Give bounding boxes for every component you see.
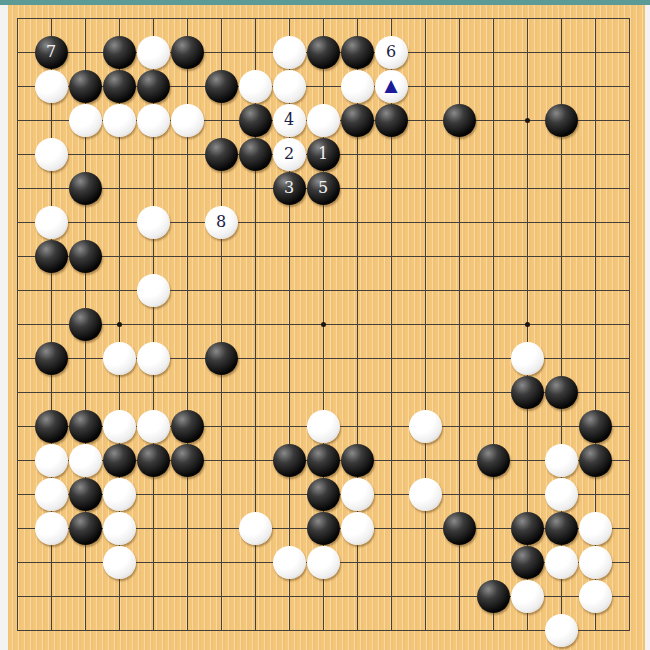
- black-stone-c16-r17: [511, 546, 544, 579]
- black-stone-c9-r6: 3: [273, 172, 306, 205]
- black-stone-c11-r14: [341, 444, 374, 477]
- black-stone-c3-r3: [69, 70, 102, 103]
- white-stone-c3-r14: [69, 444, 102, 477]
- white-stone-c4-r13: [103, 410, 136, 443]
- black-stone-c15-r14: [477, 444, 510, 477]
- white-stone-c12-r2: 6: [375, 36, 408, 69]
- black-stone-c6-r13: [171, 410, 204, 443]
- black-stone-c3-r6: [69, 172, 102, 205]
- triangle-marker-icon: ▲: [384, 77, 397, 94]
- white-stone-c5-r7: [137, 206, 170, 239]
- go-board: 76▲421358: [0, 0, 650, 650]
- white-stone-c18-r16: [579, 512, 612, 545]
- move-number-6: 6: [386, 44, 396, 60]
- white-stone-c11-r16: [341, 512, 374, 545]
- white-stone-c5-r9: [137, 274, 170, 307]
- white-stone-c12-r3: ▲: [375, 70, 408, 103]
- white-stone-c2-r16: [35, 512, 68, 545]
- black-stone-c8-r5: [239, 138, 272, 171]
- black-stone-c5-r3: [137, 70, 170, 103]
- white-stone-c17-r19: [545, 614, 578, 647]
- black-stone-c7-r5: [205, 138, 238, 171]
- white-stone-c4-r17: [103, 546, 136, 579]
- left-border-strip: [0, 0, 8, 650]
- white-stone-c5-r11: [137, 342, 170, 375]
- black-stone-c3-r13: [69, 410, 102, 443]
- black-stone-c17-r4: [545, 104, 578, 137]
- white-stone-c13-r15: [409, 478, 442, 511]
- black-stone-c4-r3: [103, 70, 136, 103]
- black-stone-c4-r14: [103, 444, 136, 477]
- white-stone-c2-r15: [35, 478, 68, 511]
- white-stone-c9-r17: [273, 546, 306, 579]
- white-stone-c17-r17: [545, 546, 578, 579]
- black-stone-c8-r4: [239, 104, 272, 137]
- white-stone-c18-r17: [579, 546, 612, 579]
- white-stone-c9-r2: [273, 36, 306, 69]
- black-stone-c16-r12: [511, 376, 544, 409]
- black-stone-c10-r2: [307, 36, 340, 69]
- black-stone-c10-r16: [307, 512, 340, 545]
- black-stone-c3-r15: [69, 478, 102, 511]
- white-stone-c6-r4: [171, 104, 204, 137]
- white-stone-c10-r4: [307, 104, 340, 137]
- black-stone-c12-r4: [375, 104, 408, 137]
- black-stone-c16-r16: [511, 512, 544, 545]
- white-stone-c8-r3: [239, 70, 272, 103]
- black-stone-c10-r6: 5: [307, 172, 340, 205]
- black-stone-c11-r2: [341, 36, 374, 69]
- move-number-3: 3: [284, 180, 294, 196]
- black-stone-c14-r4: [443, 104, 476, 137]
- move-number-5: 5: [318, 180, 328, 196]
- black-stone-c3-r16: [69, 512, 102, 545]
- white-stone-c7-r7: 8: [205, 206, 238, 239]
- black-stone-c2-r2: 7: [35, 36, 68, 69]
- black-stone-c10-r15: [307, 478, 340, 511]
- black-stone-c18-r14: [579, 444, 612, 477]
- white-stone-c5-r2: [137, 36, 170, 69]
- white-stone-c5-r13: [137, 410, 170, 443]
- white-stone-c5-r4: [137, 104, 170, 137]
- white-stone-c11-r3: [341, 70, 374, 103]
- black-stone-c9-r14: [273, 444, 306, 477]
- black-stone-c2-r8: [35, 240, 68, 273]
- white-stone-c9-r4: 4: [273, 104, 306, 137]
- white-stone-c10-r13: [307, 410, 340, 443]
- move-number-4: 4: [284, 112, 294, 128]
- black-stone-c10-r14: [307, 444, 340, 477]
- white-stone-c4-r11: [103, 342, 136, 375]
- move-number-2: 2: [284, 146, 294, 162]
- stone-layer: 76▲421358: [0, 1, 646, 647]
- top-border-strip: [0, 0, 650, 5]
- white-stone-c3-r4: [69, 104, 102, 137]
- black-stone-c2-r13: [35, 410, 68, 443]
- black-stone-c18-r13: [579, 410, 612, 443]
- black-stone-c7-r11: [205, 342, 238, 375]
- move-number-1: 1: [318, 146, 328, 162]
- black-stone-c14-r16: [443, 512, 476, 545]
- white-stone-c8-r16: [239, 512, 272, 545]
- white-stone-c2-r5: [35, 138, 68, 171]
- black-stone-c15-r18: [477, 580, 510, 613]
- move-number-7: 7: [46, 44, 56, 60]
- black-stone-c10-r5: 1: [307, 138, 340, 171]
- white-stone-c17-r15: [545, 478, 578, 511]
- white-stone-c2-r3: [35, 70, 68, 103]
- move-number-8: 8: [216, 214, 226, 230]
- black-stone-c5-r14: [137, 444, 170, 477]
- black-stone-c2-r11: [35, 342, 68, 375]
- black-stone-c6-r14: [171, 444, 204, 477]
- black-stone-c11-r4: [341, 104, 374, 137]
- black-stone-c3-r10: [69, 308, 102, 341]
- black-stone-c3-r8: [69, 240, 102, 273]
- white-stone-c13-r13: [409, 410, 442, 443]
- white-stone-c4-r16: [103, 512, 136, 545]
- white-stone-c11-r15: [341, 478, 374, 511]
- right-border-strip: [645, 0, 650, 650]
- black-stone-c7-r3: [205, 70, 238, 103]
- white-stone-c2-r7: [35, 206, 68, 239]
- white-stone-c2-r14: [35, 444, 68, 477]
- black-stone-c17-r12: [545, 376, 578, 409]
- go-diagram: 76▲421358: [0, 0, 650, 650]
- white-stone-c16-r11: [511, 342, 544, 375]
- black-stone-c6-r2: [171, 36, 204, 69]
- white-stone-c17-r14: [545, 444, 578, 477]
- white-stone-c4-r4: [103, 104, 136, 137]
- white-stone-c10-r17: [307, 546, 340, 579]
- white-stone-c4-r15: [103, 478, 136, 511]
- black-stone-c4-r2: [103, 36, 136, 69]
- white-stone-c18-r18: [579, 580, 612, 613]
- black-stone-c17-r16: [545, 512, 578, 545]
- white-stone-c9-r3: [273, 70, 306, 103]
- white-stone-c9-r5: 2: [273, 138, 306, 171]
- white-stone-c16-r18: [511, 580, 544, 613]
